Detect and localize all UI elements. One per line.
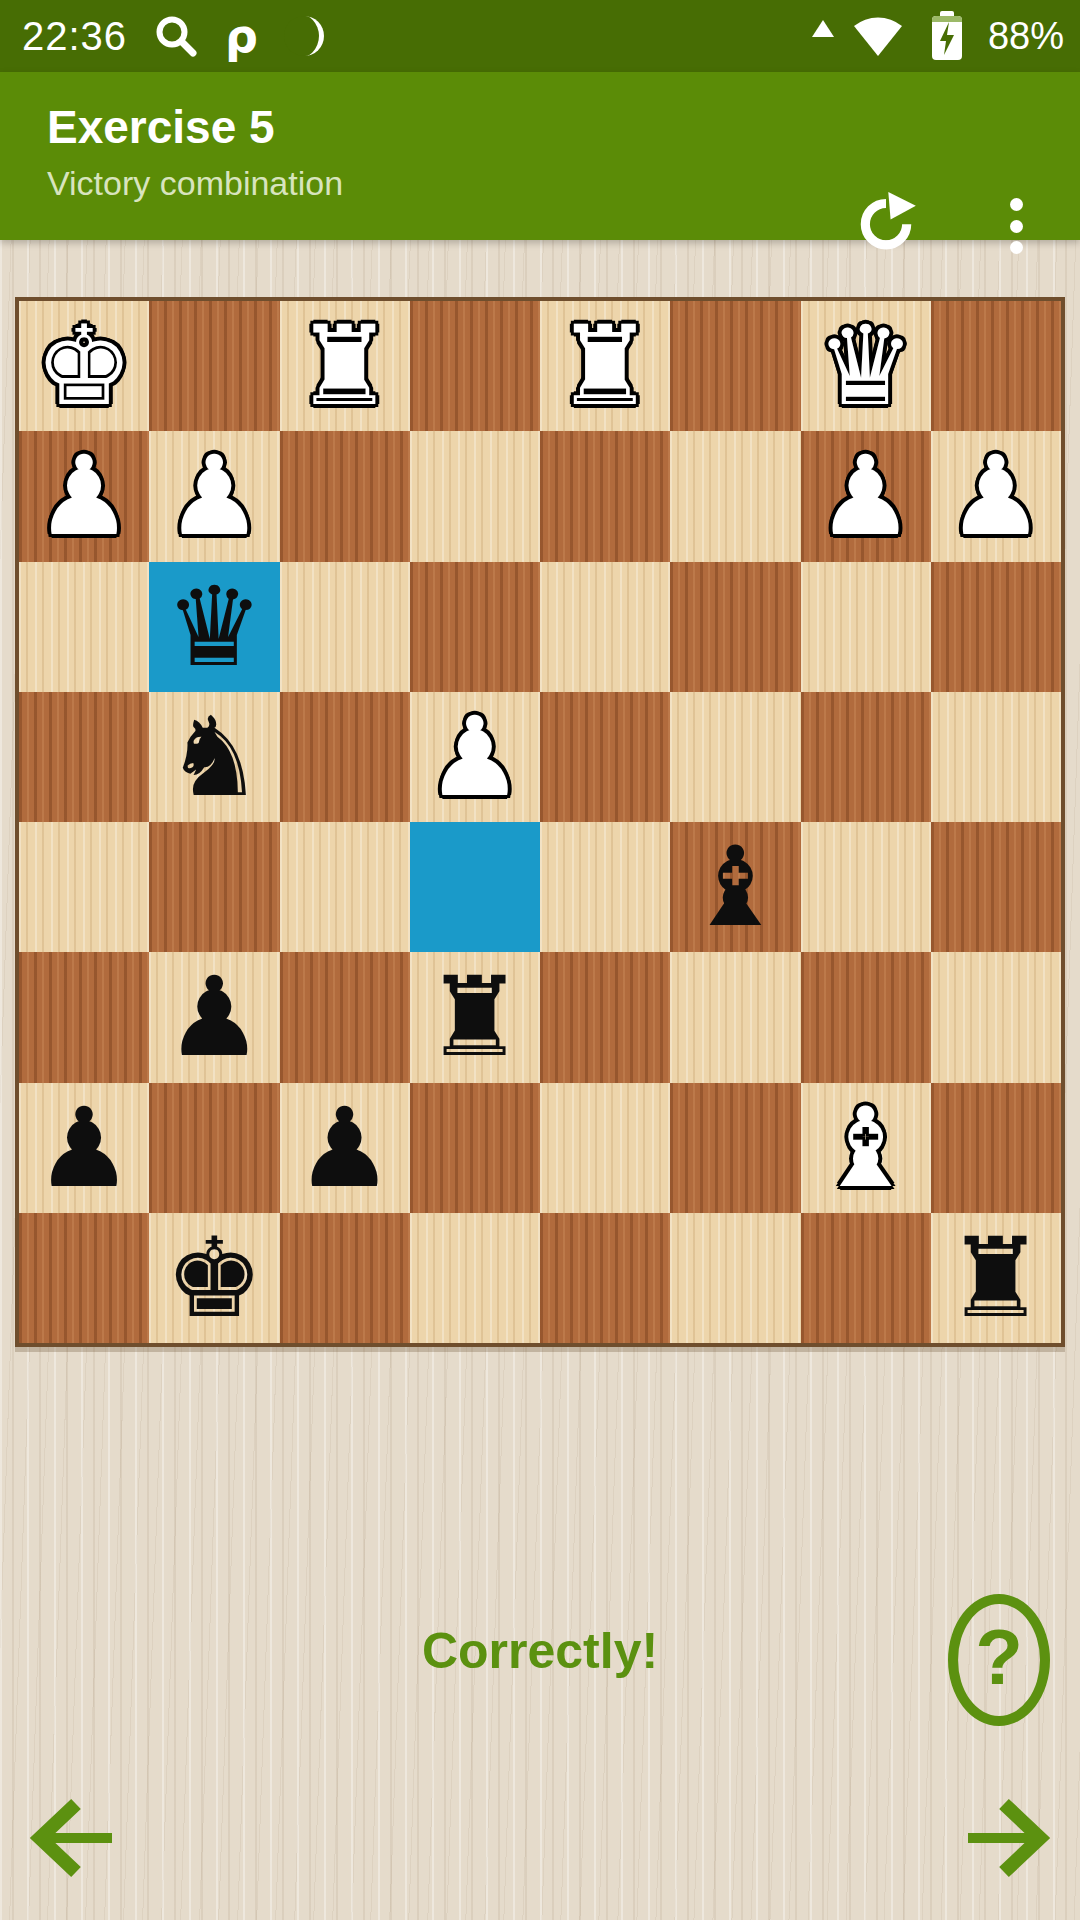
square-h4[interactable] [931, 822, 1061, 952]
square-f7[interactable] [670, 431, 800, 561]
refresh-icon [853, 192, 919, 254]
square-b1[interactable]: ♚ [149, 1213, 279, 1343]
square-b5[interactable]: ♞ [149, 692, 279, 822]
square-e7[interactable] [540, 431, 670, 561]
square-d5[interactable]: ♟ [410, 692, 540, 822]
chess-board: ♚♜♜♛♟♟♟♟♛♞♟♝♟♜♟♟♝♚♜ [15, 297, 1065, 1347]
page-title: Exercise 5 [47, 100, 275, 154]
square-f6[interactable] [670, 562, 800, 692]
piece-black-rook[interactable]: ♜ [947, 1223, 1046, 1333]
square-c5[interactable] [280, 692, 410, 822]
square-c1[interactable] [280, 1213, 410, 1343]
square-g6[interactable] [801, 562, 931, 692]
piece-black-pawn[interactable]: ♟ [165, 962, 264, 1072]
square-a6[interactable] [19, 562, 149, 692]
square-c8[interactable]: ♜ [280, 301, 410, 431]
square-g5[interactable] [801, 692, 931, 822]
square-f3[interactable] [670, 952, 800, 1082]
overflow-menu-button[interactable] [1004, 198, 1028, 254]
piece-black-king[interactable]: ♚ [165, 1223, 264, 1333]
refresh-button[interactable] [853, 192, 919, 254]
square-b4[interactable] [149, 822, 279, 952]
square-b7[interactable]: ♟ [149, 431, 279, 561]
square-f4[interactable]: ♝ [670, 822, 800, 952]
square-d3[interactable]: ♜ [410, 952, 540, 1082]
overflow-dot [1010, 241, 1023, 254]
piece-white-pawn[interactable]: ♟ [35, 441, 134, 551]
square-d8[interactable] [410, 301, 540, 431]
square-h5[interactable] [931, 692, 1061, 822]
square-b3[interactable]: ♟ [149, 952, 279, 1082]
square-a2[interactable]: ♟ [19, 1083, 149, 1213]
question-mark-icon: ? [975, 1612, 1023, 1703]
square-d7[interactable] [410, 431, 540, 561]
square-d2[interactable] [410, 1083, 540, 1213]
piece-white-bishop[interactable]: ♝ [816, 1093, 915, 1203]
overflow-dot [1010, 220, 1023, 233]
square-g3[interactable] [801, 952, 931, 1082]
square-b6[interactable]: ♛ [149, 562, 279, 692]
square-g7[interactable]: ♟ [801, 431, 931, 561]
square-g4[interactable] [801, 822, 931, 952]
result-text: Correctly! [0, 1622, 1080, 1680]
square-d4[interactable] [410, 822, 540, 952]
square-c4[interactable] [280, 822, 410, 952]
square-e5[interactable] [540, 692, 670, 822]
piece-black-pawn[interactable]: ♟ [35, 1093, 134, 1203]
square-e2[interactable] [540, 1083, 670, 1213]
left-arrow-icon [28, 1798, 118, 1878]
square-h6[interactable] [931, 562, 1061, 692]
square-e6[interactable] [540, 562, 670, 692]
battery-percent-text: 88% [988, 15, 1064, 58]
square-c2[interactable]: ♟ [280, 1083, 410, 1213]
piece-white-king[interactable]: ♚ [35, 311, 134, 421]
help-button[interactable]: ? [948, 1594, 1050, 1726]
square-c7[interactable] [280, 431, 410, 561]
square-h2[interactable] [931, 1083, 1061, 1213]
battery-bolt-icon [932, 16, 962, 60]
square-a8[interactable]: ♚ [19, 301, 149, 431]
piece-white-queen[interactable]: ♛ [816, 311, 915, 421]
piece-black-bishop[interactable]: ♝ [686, 832, 785, 942]
signal-triangle-icon [812, 20, 834, 37]
square-d1[interactable] [410, 1213, 540, 1343]
square-g8[interactable]: ♛ [801, 301, 931, 431]
status-bar: 22:36 ρ 88% [0, 0, 1080, 72]
square-c6[interactable] [280, 562, 410, 692]
square-h7[interactable]: ♟ [931, 431, 1061, 561]
square-e1[interactable] [540, 1213, 670, 1343]
clock-text: 22:36 [22, 14, 127, 59]
piece-white-pawn[interactable]: ♟ [426, 702, 525, 812]
app-bar: Exercise 5 Victory combination [0, 72, 1080, 240]
moon-icon [284, 16, 324, 56]
page-subtitle: Victory combination [47, 164, 343, 203]
square-c3[interactable] [280, 952, 410, 1082]
square-h8[interactable] [931, 301, 1061, 431]
piece-white-rook[interactable]: ♜ [295, 311, 394, 421]
p-notification-icon: ρ [225, 13, 258, 59]
piece-black-queen[interactable]: ♛ [165, 572, 264, 682]
square-e3[interactable] [540, 952, 670, 1082]
search-icon [153, 13, 199, 59]
previous-exercise-button[interactable] [28, 1798, 118, 1878]
square-e4[interactable] [540, 822, 670, 952]
piece-white-pawn[interactable]: ♟ [947, 441, 1046, 551]
right-arrow-icon [962, 1798, 1052, 1878]
square-h3[interactable] [931, 952, 1061, 1082]
square-g2[interactable]: ♝ [801, 1083, 931, 1213]
square-a1[interactable] [19, 1213, 149, 1343]
wifi-icon [850, 14, 906, 58]
overflow-dot [1010, 198, 1023, 211]
square-g1[interactable] [801, 1213, 931, 1343]
square-f5[interactable] [670, 692, 800, 822]
square-a7[interactable]: ♟ [19, 431, 149, 561]
next-exercise-button[interactable] [962, 1798, 1052, 1878]
square-b8[interactable] [149, 301, 279, 431]
battery-charging-icon [932, 16, 962, 60]
square-a5[interactable] [19, 692, 149, 822]
square-f8[interactable] [670, 301, 800, 431]
square-f2[interactable] [670, 1083, 800, 1213]
square-b2[interactable] [149, 1083, 279, 1213]
piece-black-knight[interactable]: ♞ [165, 702, 264, 812]
square-f1[interactable] [670, 1213, 800, 1343]
square-d6[interactable] [410, 562, 540, 692]
square-h1[interactable]: ♜ [931, 1213, 1061, 1343]
square-e8[interactable]: ♜ [540, 301, 670, 431]
piece-white-pawn[interactable]: ♟ [816, 441, 915, 551]
app-background: { "game": "chess", "position": { "fen": … [0, 0, 1080, 1920]
piece-white-rook[interactable]: ♜ [556, 311, 655, 421]
piece-black-rook[interactable]: ♜ [426, 962, 525, 1072]
piece-black-pawn[interactable]: ♟ [295, 1093, 394, 1203]
square-a3[interactable] [19, 952, 149, 1082]
square-a4[interactable] [19, 822, 149, 952]
piece-white-pawn[interactable]: ♟ [165, 441, 264, 551]
